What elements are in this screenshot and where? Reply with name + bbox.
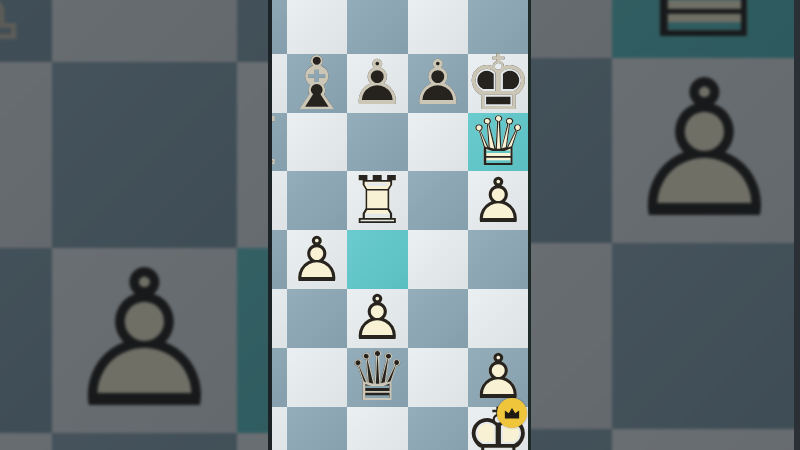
square-e2[interactable] (287, 348, 348, 407)
square-g1[interactable] (408, 407, 469, 450)
square-g7[interactable]: ♟♙ (408, 54, 469, 113)
background-board-right: ♛♕♟♙ (531, 0, 794, 450)
square-h6[interactable]: ♛♕ (468, 113, 528, 172)
square-g4[interactable] (408, 230, 469, 289)
square-f4[interactable] (347, 230, 408, 289)
piece-black-rook[interactable]: ♜♖ (272, 113, 287, 172)
piece-white-pawn[interactable]: ♟♙ (287, 230, 348, 289)
piece-black-bishop[interactable]: ♝♗ (287, 54, 348, 113)
chessboard-viewport: ♝♗♟♙♟♙♚♔♜♖♛♕♜♖♟♙♟♙♟♙♛♕♟♙♚♔ (272, 0, 528, 450)
square-e4[interactable]: ♟♙ (287, 230, 348, 289)
square-f5[interactable]: ♜♖ (347, 171, 408, 230)
square-e5[interactable] (287, 171, 348, 230)
square-h4[interactable] (468, 230, 528, 289)
square-g6[interactable] (408, 113, 469, 172)
background-dark-overlay (0, 0, 268, 450)
background-board-left: ♜♖♟♙ (0, 0, 268, 450)
piece-black-pawn[interactable]: ♟♙ (408, 54, 469, 113)
winner-crown-badge (497, 398, 527, 428)
piece-white-pawn[interactable]: ♟♙ (468, 171, 528, 230)
square-d3[interactable] (272, 289, 287, 348)
square-g5[interactable] (408, 171, 469, 230)
piece-white-rook[interactable]: ♜♖ (347, 171, 408, 230)
piece-black-pawn[interactable]: ♟♙ (347, 54, 408, 113)
crown-icon (504, 407, 521, 420)
square-d1[interactable] (272, 407, 287, 450)
video-frame: ♜♖♟♙ ♛♕♟♙ ♝♗♟♙♟♙♚♔♜♖♛♕♜♖♟♙♟♙♟♙♛♕♟♙♚♔ (0, 0, 800, 450)
square-g3[interactable] (408, 289, 469, 348)
background-board-edge (794, 0, 800, 450)
square-d4[interactable] (272, 230, 287, 289)
square-e3[interactable] (287, 289, 348, 348)
square-d2[interactable] (272, 348, 287, 407)
square-d5[interactable] (272, 171, 287, 230)
background-dark-overlay (531, 0, 794, 450)
square-e7[interactable]: ♝♗ (287, 54, 348, 113)
square-h3[interactable] (468, 289, 528, 348)
video-right-edge (528, 0, 531, 450)
square-e1[interactable] (287, 407, 348, 450)
square-d6[interactable]: ♜♖ (272, 113, 287, 172)
square-g2[interactable] (408, 348, 469, 407)
piece-white-queen[interactable]: ♛♕ (468, 113, 528, 172)
square-f2[interactable]: ♛♕ (347, 348, 408, 407)
piece-black-queen[interactable]: ♛♕ (347, 348, 408, 407)
square-f7[interactable]: ♟♙ (347, 54, 408, 113)
chessboard: ♝♗♟♙♟♙♚♔♜♖♛♕♜♖♟♙♟♙♟♙♛♕♟♙♚♔ (272, 0, 528, 450)
square-h5[interactable]: ♟♙ (468, 171, 528, 230)
